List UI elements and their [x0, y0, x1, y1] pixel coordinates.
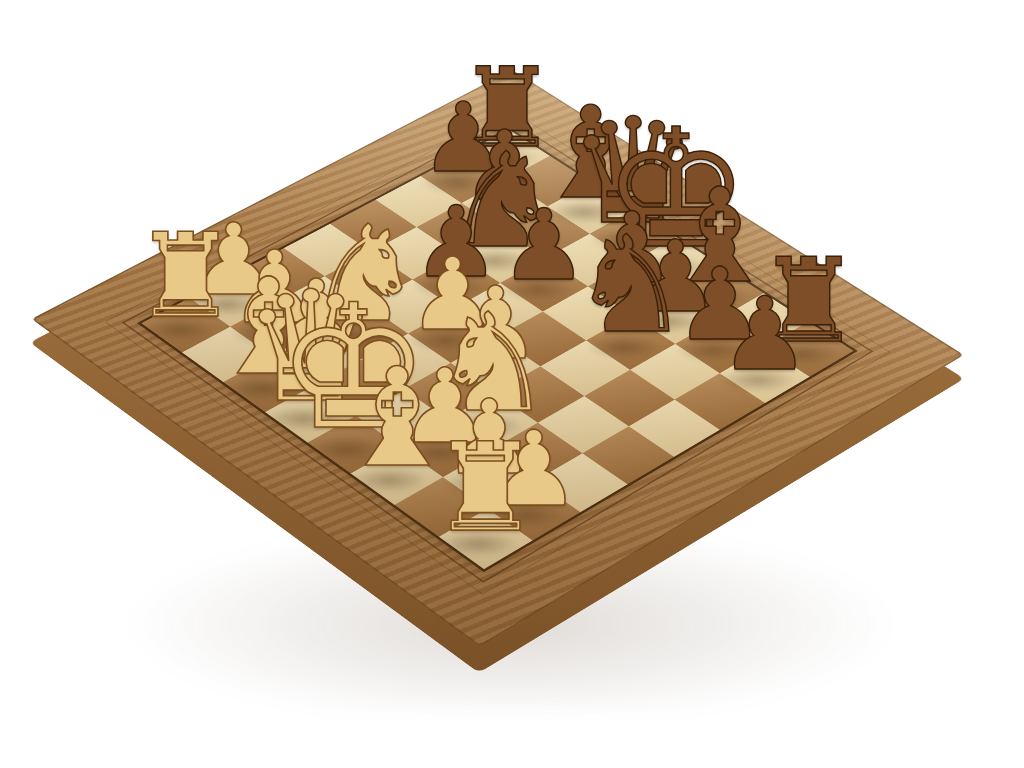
square-h7[interactable] — [720, 347, 810, 403]
square-d3[interactable] — [361, 334, 451, 389]
square-c1[interactable] — [223, 356, 313, 412]
square-e3[interactable] — [404, 363, 494, 419]
square-h2[interactable] — [487, 481, 580, 541]
square-e2[interactable] — [356, 389, 447, 446]
square-f3[interactable] — [447, 393, 538, 450]
square-g2[interactable] — [443, 450, 535, 509]
square-f2[interactable] — [399, 419, 491, 477]
board-scene — [0, 0, 1024, 768]
square-d1[interactable] — [265, 386, 356, 443]
square-c2[interactable] — [272, 330, 362, 385]
square-h3[interactable] — [535, 453, 627, 512]
square-h4[interactable] — [582, 426, 674, 484]
square-g3[interactable] — [491, 423, 583, 481]
square-g6[interactable] — [630, 344, 720, 400]
square-b1[interactable] — [182, 327, 272, 382]
square-f1[interactable] — [351, 446, 443, 505]
square-f5[interactable] — [540, 340, 630, 396]
square-g1[interactable] — [395, 477, 488, 537]
square-g5[interactable] — [584, 370, 674, 426]
square-g4[interactable] — [538, 396, 629, 453]
square-e4[interactable] — [451, 337, 541, 393]
chess-board-frame — [31, 70, 964, 647]
square-e1[interactable] — [308, 416, 400, 474]
square-h5[interactable] — [629, 400, 720, 457]
square-f4[interactable] — [494, 366, 584, 422]
square-d2[interactable] — [313, 359, 403, 415]
tilted-board — [31, 70, 964, 647]
square-h1[interactable] — [439, 509, 533, 570]
square-h6[interactable] — [675, 373, 765, 430]
perspective-scene — [158, 0, 836, 676]
